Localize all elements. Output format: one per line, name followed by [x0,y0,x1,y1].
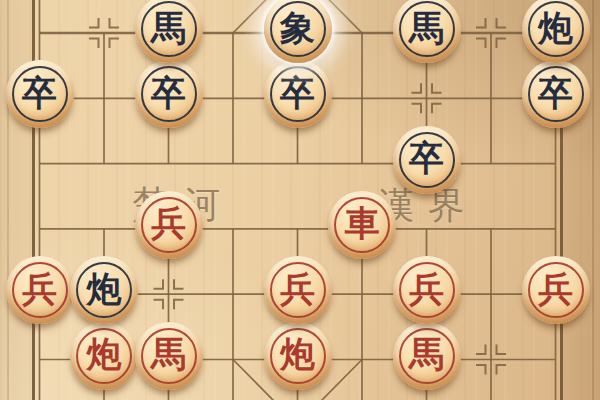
piece-glyph: 卒 [280,76,315,111]
piece-red-cannon[interactable]: 炮 [264,322,332,390]
piece-black-cannon[interactable]: 炮 [70,256,138,324]
piece-black-soldier[interactable]: 卒 [135,60,203,128]
piece-black-cannon[interactable]: 炮 [522,0,590,63]
piece-black-elephant[interactable]: 象 [264,0,332,63]
piece-glyph: 卒 [409,141,444,176]
piece-glyph: 兵 [538,272,573,307]
piece-glyph: 炮 [87,272,122,307]
piece-red-horse[interactable]: 馬 [393,322,461,390]
piece-red-cannon[interactable]: 炮 [70,322,138,390]
piece-black-horse[interactable]: 馬 [393,0,461,63]
piece-red-soldier[interactable]: 兵 [264,256,332,324]
piece-red-soldier[interactable]: 兵 [6,256,74,324]
piece-black-soldier[interactable]: 卒 [393,126,461,194]
piece-glyph: 兵 [280,272,315,307]
piece-glyph: 象 [280,11,315,46]
piece-glyph: 卒 [151,76,186,111]
piece-glyph: 馬 [151,337,186,372]
piece-glyph: 車 [345,206,380,241]
xiangqi-board: 楚河 漢界 馬象馬炮卒卒卒卒卒兵車兵炮兵兵兵炮馬炮馬 [0,0,600,400]
piece-red-chariot[interactable]: 車 [328,191,396,259]
piece-glyph: 兵 [22,272,57,307]
piece-glyph: 馬 [151,11,186,46]
piece-black-soldier[interactable]: 卒 [6,60,74,128]
piece-red-soldier[interactable]: 兵 [135,191,203,259]
piece-red-horse[interactable]: 馬 [135,322,203,390]
piece-red-soldier[interactable]: 兵 [522,256,590,324]
piece-red-soldier[interactable]: 兵 [393,256,461,324]
piece-black-soldier[interactable]: 卒 [522,60,590,128]
piece-glyph: 兵 [151,206,186,241]
piece-glyph: 炮 [87,337,122,372]
piece-glyph: 兵 [409,272,444,307]
piece-glyph: 炮 [280,337,315,372]
piece-glyph: 馬 [409,11,444,46]
piece-black-horse[interactable]: 馬 [135,0,203,63]
piece-glyph: 馬 [409,337,444,372]
piece-glyph: 卒 [22,76,57,111]
piece-black-soldier[interactable]: 卒 [264,60,332,128]
piece-glyph: 炮 [538,11,573,46]
piece-glyph: 卒 [538,76,573,111]
